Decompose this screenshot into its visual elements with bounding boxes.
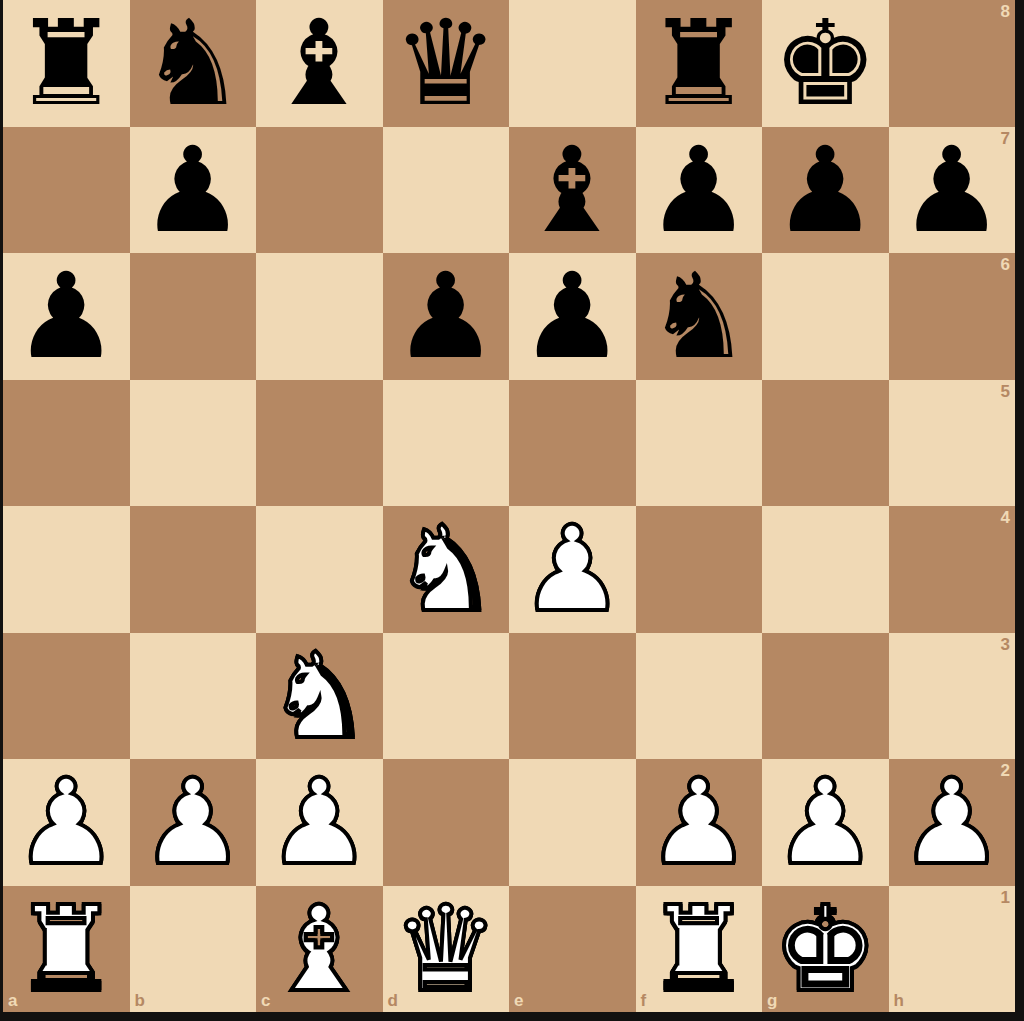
white-queen[interactable]: ♛ — [393, 886, 499, 1012]
square-a3[interactable] — [3, 633, 130, 760]
black-knight[interactable]: ♞ — [646, 253, 752, 379]
square-a6[interactable]: ♟ — [3, 253, 130, 380]
square-d7[interactable] — [383, 127, 510, 254]
square-d1[interactable]: ♛d — [383, 886, 510, 1013]
square-e2[interactable] — [509, 759, 636, 886]
square-d8[interactable]: ♛ — [383, 0, 510, 127]
square-h7[interactable]: ♟7 — [889, 127, 1016, 254]
square-g6[interactable] — [762, 253, 889, 380]
rank-label-5: 5 — [1001, 383, 1010, 400]
square-f3[interactable] — [636, 633, 763, 760]
square-g1[interactable]: ♚g — [762, 886, 889, 1013]
chess-board: ♜♞♝♛♜♚8♟♝♟♟♟7♟♟♟♞65♞♟4♞3♟♟♟♟♟♟2♜ab♝c♛de♜… — [3, 0, 1015, 1012]
square-a7[interactable] — [3, 127, 130, 254]
white-pawn[interactable]: ♟ — [899, 759, 1005, 885]
square-e6[interactable]: ♟ — [509, 253, 636, 380]
black-pawn[interactable]: ♟ — [393, 253, 499, 379]
white-rook[interactable]: ♜ — [646, 886, 752, 1012]
rank-label-4: 4 — [1001, 509, 1010, 526]
file-label-e: e — [514, 992, 523, 1009]
square-a4[interactable] — [3, 506, 130, 633]
black-pawn[interactable]: ♟ — [646, 127, 752, 253]
black-pawn[interactable]: ♟ — [140, 127, 246, 253]
square-c7[interactable] — [256, 127, 383, 254]
square-g5[interactable] — [762, 380, 889, 507]
square-c1[interactable]: ♝c — [256, 886, 383, 1013]
rank-label-6: 6 — [1001, 256, 1010, 273]
square-f5[interactable] — [636, 380, 763, 507]
square-e3[interactable] — [509, 633, 636, 760]
square-e8[interactable] — [509, 0, 636, 127]
square-f7[interactable]: ♟ — [636, 127, 763, 254]
black-pawn[interactable]: ♟ — [899, 127, 1005, 253]
square-f1[interactable]: ♜f — [636, 886, 763, 1013]
white-knight[interactable]: ♞ — [393, 506, 499, 632]
square-b5[interactable] — [130, 380, 257, 507]
square-g3[interactable] — [762, 633, 889, 760]
black-knight[interactable]: ♞ — [140, 0, 246, 126]
file-label-a: a — [8, 992, 17, 1009]
square-d2[interactable] — [383, 759, 510, 886]
square-b8[interactable]: ♞ — [130, 0, 257, 127]
square-h8[interactable]: 8 — [889, 0, 1016, 127]
square-d6[interactable]: ♟ — [383, 253, 510, 380]
white-pawn[interactable]: ♟ — [13, 759, 119, 885]
square-c6[interactable] — [256, 253, 383, 380]
white-pawn[interactable]: ♟ — [140, 759, 246, 885]
white-pawn[interactable]: ♟ — [519, 506, 625, 632]
square-c8[interactable]: ♝ — [256, 0, 383, 127]
white-pawn[interactable]: ♟ — [266, 759, 372, 885]
square-c2[interactable]: ♟ — [256, 759, 383, 886]
square-d5[interactable] — [383, 380, 510, 507]
black-pawn[interactable]: ♟ — [13, 253, 119, 379]
square-h1[interactable]: 1h — [889, 886, 1016, 1013]
white-bishop[interactable]: ♝ — [266, 886, 372, 1012]
file-label-h: h — [894, 992, 904, 1009]
square-e5[interactable] — [509, 380, 636, 507]
square-c4[interactable] — [256, 506, 383, 633]
black-pawn[interactable]: ♟ — [772, 127, 878, 253]
rank-label-7: 7 — [1001, 130, 1010, 147]
square-h6[interactable]: 6 — [889, 253, 1016, 380]
square-a1[interactable]: ♜a — [3, 886, 130, 1013]
square-a2[interactable]: ♟ — [3, 759, 130, 886]
square-c3[interactable]: ♞ — [256, 633, 383, 760]
square-f4[interactable] — [636, 506, 763, 633]
black-queen[interactable]: ♛ — [393, 0, 499, 126]
square-h3[interactable]: 3 — [889, 633, 1016, 760]
square-c5[interactable] — [256, 380, 383, 507]
square-b6[interactable] — [130, 253, 257, 380]
square-b1[interactable]: b — [130, 886, 257, 1013]
square-b4[interactable] — [130, 506, 257, 633]
file-label-g: g — [767, 992, 777, 1009]
white-pawn[interactable]: ♟ — [646, 759, 752, 885]
black-bishop[interactable]: ♝ — [519, 127, 625, 253]
rank-label-1: 1 — [1001, 889, 1010, 906]
file-label-c: c — [261, 992, 270, 1009]
black-king[interactable]: ♚ — [772, 0, 878, 126]
black-pawn[interactable]: ♟ — [519, 253, 625, 379]
square-e4[interactable]: ♟ — [509, 506, 636, 633]
file-label-f: f — [641, 992, 647, 1009]
black-rook[interactable]: ♜ — [13, 0, 119, 126]
square-h4[interactable]: 4 — [889, 506, 1016, 633]
black-rook[interactable]: ♜ — [646, 0, 752, 126]
square-f8[interactable]: ♜ — [636, 0, 763, 127]
rank-label-2: 2 — [1001, 762, 1010, 779]
white-rook[interactable]: ♜ — [13, 886, 119, 1012]
square-h2[interactable]: ♟2 — [889, 759, 1016, 886]
white-knight[interactable]: ♞ — [266, 633, 372, 759]
square-a5[interactable] — [3, 380, 130, 507]
square-b7[interactable]: ♟ — [130, 127, 257, 254]
rank-label-3: 3 — [1001, 636, 1010, 653]
square-g7[interactable]: ♟ — [762, 127, 889, 254]
square-d3[interactable] — [383, 633, 510, 760]
file-label-b: b — [135, 992, 145, 1009]
square-d4[interactable]: ♞ — [383, 506, 510, 633]
white-king[interactable]: ♚ — [772, 886, 878, 1012]
file-label-d: d — [388, 992, 398, 1009]
square-h5[interactable]: 5 — [889, 380, 1016, 507]
square-g8[interactable]: ♚ — [762, 0, 889, 127]
square-b3[interactable] — [130, 633, 257, 760]
square-a8[interactable]: ♜ — [3, 0, 130, 127]
square-f2[interactable]: ♟ — [636, 759, 763, 886]
square-e7[interactable]: ♝ — [509, 127, 636, 254]
square-f6[interactable]: ♞ — [636, 253, 763, 380]
square-g4[interactable] — [762, 506, 889, 633]
square-g2[interactable]: ♟ — [762, 759, 889, 886]
black-bishop[interactable]: ♝ — [266, 0, 372, 126]
white-pawn[interactable]: ♟ — [772, 759, 878, 885]
rank-label-8: 8 — [1001, 3, 1010, 20]
square-e1[interactable]: e — [509, 886, 636, 1013]
square-b2[interactable]: ♟ — [130, 759, 257, 886]
